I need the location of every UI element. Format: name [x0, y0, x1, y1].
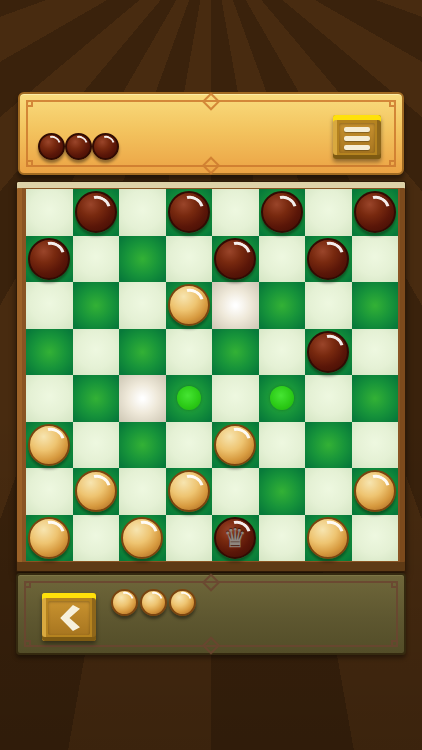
square-h7[interactable]	[352, 468, 399, 515]
square-f4	[259, 329, 306, 376]
square-h1[interactable]	[352, 189, 399, 236]
square-a4[interactable]	[26, 329, 73, 376]
dark-man	[65, 133, 92, 160]
square-d3[interactable]	[166, 282, 213, 329]
square-e5	[212, 375, 259, 422]
square-d1[interactable]	[166, 189, 213, 236]
square-a7	[26, 468, 73, 515]
square-e4[interactable]	[212, 329, 259, 376]
square-c1	[119, 189, 166, 236]
square-g5	[305, 375, 352, 422]
captured-gold-tray	[111, 589, 196, 616]
dark-man[interactable]	[75, 191, 117, 233]
square-f8	[259, 515, 306, 562]
back-button[interactable]	[42, 593, 96, 641]
square-d4	[166, 329, 213, 376]
square-a1	[26, 189, 73, 236]
ornament-corner	[26, 160, 33, 167]
dark-man[interactable]	[28, 238, 70, 280]
square-f5[interactable]	[259, 375, 306, 422]
game-screen: ♛	[0, 0, 422, 750]
gold-man	[169, 589, 196, 616]
square-a2[interactable]	[26, 236, 73, 283]
square-d7[interactable]	[166, 468, 213, 515]
square-h6	[352, 422, 399, 469]
hamburger-menu-icon	[339, 123, 375, 153]
square-f2	[259, 236, 306, 283]
square-b6	[73, 422, 120, 469]
square-c8[interactable]	[119, 515, 166, 562]
square-b5[interactable]	[73, 375, 120, 422]
ornament-corner	[391, 640, 398, 647]
square-e2[interactable]	[212, 236, 259, 283]
square-a5	[26, 375, 73, 422]
gold-man[interactable]	[168, 284, 210, 326]
square-f7[interactable]	[259, 468, 306, 515]
square-a3	[26, 282, 73, 329]
dark-man	[38, 133, 65, 160]
square-b2	[73, 236, 120, 283]
gold-man	[111, 589, 138, 616]
square-e7	[212, 468, 259, 515]
square-a8[interactable]	[26, 515, 73, 562]
gold-man[interactable]	[28, 424, 70, 466]
ornament-corner	[26, 100, 33, 107]
square-h8	[352, 515, 399, 562]
square-g1	[305, 189, 352, 236]
gold-man[interactable]	[354, 470, 396, 512]
square-g7	[305, 468, 352, 515]
square-c4[interactable]	[119, 329, 166, 376]
checkers-board[interactable]: ♛	[26, 189, 398, 561]
square-g4[interactable]	[305, 329, 352, 376]
square-d6	[166, 422, 213, 469]
square-f1[interactable]	[259, 189, 306, 236]
dark-man[interactable]	[168, 191, 210, 233]
gold-man[interactable]	[28, 517, 70, 559]
square-c2[interactable]	[119, 236, 166, 283]
captured-dark-tray	[38, 133, 119, 160]
dark-man[interactable]	[261, 191, 303, 233]
dark-man[interactable]	[307, 331, 349, 373]
dark-man[interactable]	[307, 238, 349, 280]
move-hint-dot[interactable]	[270, 386, 294, 410]
square-d8	[166, 515, 213, 562]
square-b4	[73, 329, 120, 376]
square-d5[interactable]	[166, 375, 213, 422]
ornament-corner	[389, 100, 396, 107]
dark-man	[92, 133, 119, 160]
square-e1	[212, 189, 259, 236]
gold-man[interactable]	[168, 470, 210, 512]
square-b1[interactable]	[73, 189, 120, 236]
square-b7[interactable]	[73, 468, 120, 515]
ornament-corner	[24, 581, 31, 588]
square-h3[interactable]	[352, 282, 399, 329]
ornament-corner	[389, 160, 396, 167]
square-f6	[259, 422, 306, 469]
square-h4	[352, 329, 399, 376]
square-g6[interactable]	[305, 422, 352, 469]
square-d2	[166, 236, 213, 283]
square-e3	[212, 282, 259, 329]
square-f3[interactable]	[259, 282, 306, 329]
square-c6[interactable]	[119, 422, 166, 469]
square-g8[interactable]	[305, 515, 352, 562]
dark-king[interactable]: ♛	[214, 517, 256, 559]
square-g3	[305, 282, 352, 329]
square-h5[interactable]	[352, 375, 399, 422]
square-e8[interactable]: ♛	[212, 515, 259, 562]
square-a6[interactable]	[26, 422, 73, 469]
square-b8	[73, 515, 120, 562]
ornament-corner	[391, 581, 398, 588]
square-h2	[352, 236, 399, 283]
gold-man[interactable]	[121, 517, 163, 559]
king-crown-icon: ♛	[216, 519, 254, 557]
square-e6[interactable]	[212, 422, 259, 469]
gold-man[interactable]	[214, 424, 256, 466]
gold-man	[140, 589, 167, 616]
square-c5	[119, 375, 166, 422]
square-g2[interactable]	[305, 236, 352, 283]
back-chevron-icon	[58, 605, 80, 631]
gold-man[interactable]	[75, 470, 117, 512]
top-player-panel	[18, 92, 404, 175]
square-c3	[119, 282, 166, 329]
square-b3[interactable]	[73, 282, 120, 329]
gold-man[interactable]	[307, 517, 349, 559]
square-c7	[119, 468, 166, 515]
board-frame: ♛	[16, 181, 406, 572]
menu-button[interactable]	[333, 115, 381, 159]
ornament-corner	[24, 640, 31, 647]
move-hint-dot[interactable]	[177, 386, 201, 410]
bottom-player-panel	[16, 573, 406, 655]
dark-man[interactable]	[214, 238, 256, 280]
dark-man[interactable]	[354, 191, 396, 233]
